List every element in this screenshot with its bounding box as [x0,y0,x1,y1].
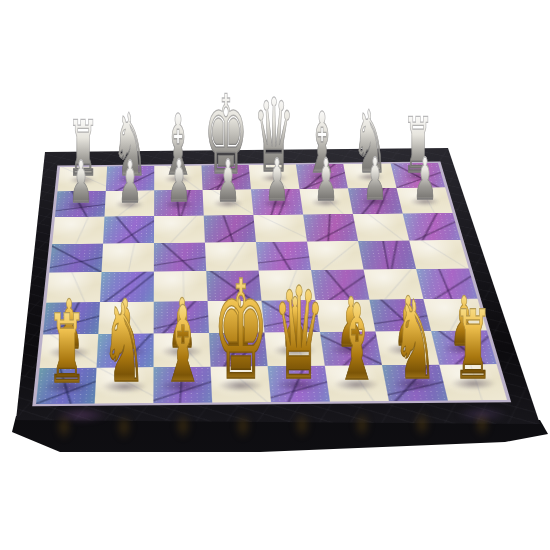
piece-reflection [235,413,251,439]
piece-reflection [414,411,430,437]
piece-reflection [294,412,310,438]
pawn-glyph: ♟ [389,150,461,208]
chess-set-photo: ♜♞♝♚♛♝♞♜♟♟♟♟♟♟♟♟♟♟♟♟♟♟♟♟♜♞♝♚♛♝♞♜ [0,0,550,550]
piece-reflection [354,412,370,438]
board-reflection [56,408,108,422]
board-reflection [456,407,508,421]
rook-glyph: ♜ [437,298,509,393]
piece-reflection [116,414,132,440]
piece-reflection [175,413,191,439]
